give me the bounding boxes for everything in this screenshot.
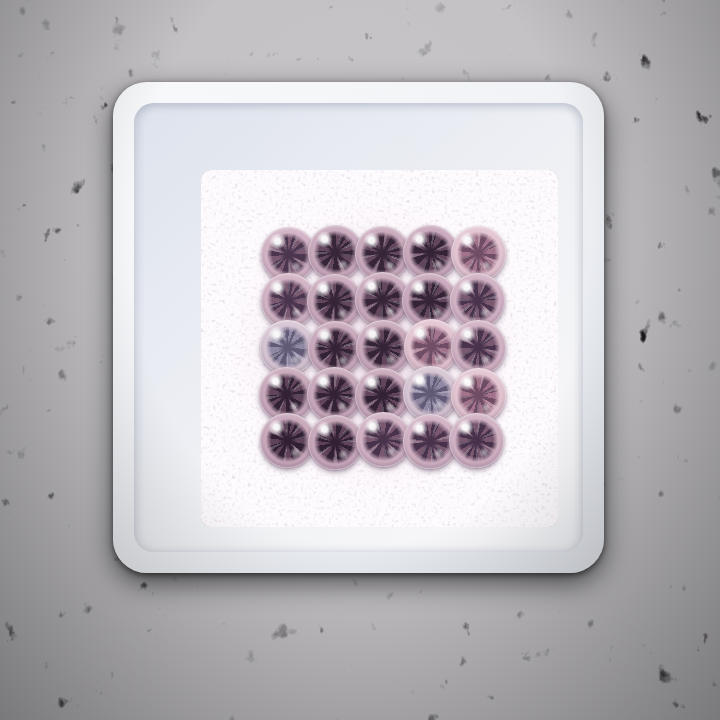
- foam-pad: [201, 170, 558, 527]
- photo-scene: [0, 0, 720, 720]
- gem: [403, 366, 458, 421]
- gem: [403, 225, 458, 280]
- gem: [307, 367, 362, 422]
- gem: [449, 413, 504, 468]
- gem-grid: [265, 230, 500, 465]
- gem: [451, 320, 506, 375]
- gem-display-box: [113, 82, 604, 573]
- gem: [308, 415, 363, 470]
- gem: [356, 320, 411, 375]
- gem: [260, 413, 315, 468]
- box-inner-bevel: [134, 103, 583, 552]
